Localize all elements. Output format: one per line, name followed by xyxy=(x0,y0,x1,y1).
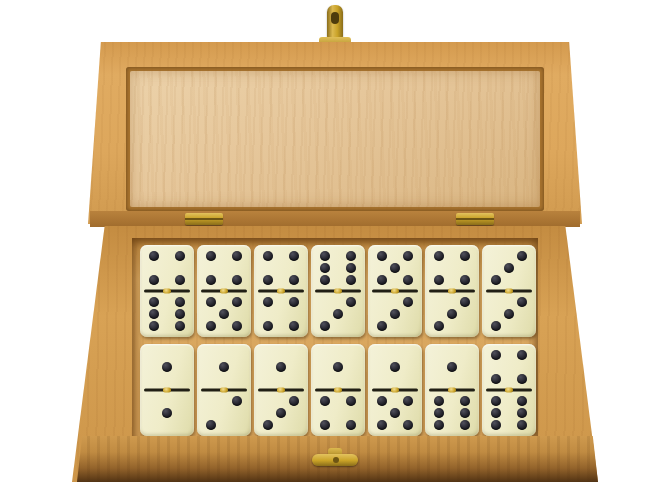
pip xyxy=(491,396,501,406)
pip-cell xyxy=(502,373,515,385)
domino-half-1 xyxy=(368,344,422,390)
domino-half-1 xyxy=(311,344,365,390)
pip-cell xyxy=(432,373,445,385)
pip xyxy=(289,297,299,307)
pip-cell xyxy=(160,250,173,262)
domino-divider xyxy=(429,389,475,392)
pip-cell xyxy=(274,373,287,385)
pip-cell xyxy=(489,419,502,431)
domino-1-6[interactable] xyxy=(425,344,479,436)
pip-cell xyxy=(402,407,415,419)
domino-half-4 xyxy=(482,344,536,390)
pip-cell xyxy=(204,349,217,361)
domino-half-3 xyxy=(425,291,479,337)
pip-cell xyxy=(516,320,529,332)
pip xyxy=(517,251,527,261)
lid-rim xyxy=(126,67,544,211)
pip-cell xyxy=(331,373,344,385)
domino-half-5 xyxy=(368,245,422,291)
domino-half-4 xyxy=(140,245,194,291)
pip-cell xyxy=(261,250,274,262)
pip-cell xyxy=(147,373,160,385)
pip-cell xyxy=(489,395,502,407)
pip-cell xyxy=(489,349,502,361)
pip-cell xyxy=(388,296,401,308)
pip-cell xyxy=(231,250,244,262)
domino-3-3[interactable] xyxy=(482,245,536,337)
pip xyxy=(149,275,159,285)
domino-1-2[interactable] xyxy=(197,344,251,436)
pip-cell xyxy=(288,250,301,262)
clasp-slot xyxy=(331,12,339,24)
pip-cell xyxy=(445,274,458,286)
pip xyxy=(377,420,387,430)
pip-cell xyxy=(217,419,230,431)
pip xyxy=(263,420,273,430)
pip-cell xyxy=(160,296,173,308)
pip-cell xyxy=(288,407,301,419)
pip-cell xyxy=(217,296,230,308)
pip-cell xyxy=(445,250,458,262)
scene xyxy=(0,0,670,490)
pip-cell xyxy=(318,361,331,373)
pip-cell xyxy=(261,395,274,407)
pip xyxy=(434,420,444,430)
pip-cell xyxy=(432,407,445,419)
pip-cell xyxy=(375,320,388,332)
pip-cell xyxy=(432,308,445,320)
domino-divider xyxy=(201,389,247,392)
pip xyxy=(175,321,185,331)
domino-divider xyxy=(258,290,304,293)
pip xyxy=(276,362,286,372)
pip-cell xyxy=(147,296,160,308)
pip xyxy=(403,297,413,307)
pip-cell xyxy=(331,250,344,262)
pip-cell xyxy=(147,250,160,262)
pip-cell xyxy=(288,419,301,431)
pip-cell xyxy=(516,296,529,308)
domino-half-4 xyxy=(311,390,365,436)
pip-cell xyxy=(345,274,358,286)
pip-cell xyxy=(204,407,217,419)
domino-5-3[interactable] xyxy=(368,245,422,337)
pip-cell xyxy=(261,349,274,361)
pip xyxy=(377,396,387,406)
pip-cell xyxy=(147,407,160,419)
pip xyxy=(460,275,470,285)
pip-cell xyxy=(502,395,515,407)
domino-half-4 xyxy=(197,245,251,291)
pip-cell xyxy=(231,349,244,361)
pip-cell xyxy=(261,296,274,308)
pip xyxy=(517,420,527,430)
pip xyxy=(149,297,159,307)
pip-cell xyxy=(345,320,358,332)
pip xyxy=(447,362,457,372)
pip xyxy=(403,420,413,430)
pip-cell xyxy=(345,395,358,407)
pip xyxy=(504,263,514,273)
pip-cell xyxy=(274,320,287,332)
pip-cell xyxy=(459,407,472,419)
pip-cell xyxy=(160,419,173,431)
pip-cell xyxy=(217,320,230,332)
domino-divider xyxy=(486,290,532,293)
pip-cell xyxy=(388,274,401,286)
pip-cell xyxy=(261,274,274,286)
pip xyxy=(434,275,444,285)
pip-cell xyxy=(375,395,388,407)
domino-4-6[interactable] xyxy=(140,245,194,337)
pip xyxy=(491,321,501,331)
pip xyxy=(162,362,172,372)
pip-cell xyxy=(502,349,515,361)
pip-cell xyxy=(432,320,445,332)
pip-cell xyxy=(459,262,472,274)
pip xyxy=(346,420,356,430)
pip-cell xyxy=(160,395,173,407)
pip-cell xyxy=(402,274,415,286)
pip-cell xyxy=(402,250,415,262)
pip-cell xyxy=(274,361,287,373)
pip-cell xyxy=(459,250,472,262)
domino-4-3[interactable] xyxy=(425,245,479,337)
pip-cell xyxy=(489,296,502,308)
pip xyxy=(460,408,470,418)
pip-cell xyxy=(502,419,515,431)
pip-cell xyxy=(388,349,401,361)
pip-cell xyxy=(402,308,415,320)
right-hinge xyxy=(456,213,494,225)
pip-cell xyxy=(459,349,472,361)
pip-cell xyxy=(288,308,301,320)
pip-cell xyxy=(261,361,274,373)
pip-cell xyxy=(388,320,401,332)
pip-cell xyxy=(345,296,358,308)
pip-cell xyxy=(375,274,388,286)
pip-cell xyxy=(445,373,458,385)
domino-half-4 xyxy=(425,245,479,291)
pip-cell xyxy=(459,373,472,385)
pip-cell xyxy=(160,308,173,320)
pip xyxy=(206,420,216,430)
domino-half-1 xyxy=(425,344,479,390)
pip-cell xyxy=(261,373,274,385)
pip-cell xyxy=(375,262,388,274)
pip-cell xyxy=(331,419,344,431)
spinner-pin xyxy=(220,388,228,393)
pip-cell xyxy=(261,308,274,320)
pip-cell xyxy=(432,395,445,407)
pip xyxy=(149,309,159,319)
domino-half-1 xyxy=(140,390,194,436)
pip xyxy=(346,251,356,261)
spinner-pin xyxy=(448,388,456,393)
pip-cell xyxy=(231,296,244,308)
pip-cell xyxy=(288,274,301,286)
pip xyxy=(491,374,501,384)
pip xyxy=(175,309,185,319)
pip-cell xyxy=(345,262,358,274)
domino-4-4[interactable] xyxy=(254,245,308,337)
pip-cell xyxy=(375,419,388,431)
pip xyxy=(346,263,356,273)
pip-cell xyxy=(231,320,244,332)
domino-divider xyxy=(315,290,361,293)
pip-cell xyxy=(502,361,515,373)
pip xyxy=(289,396,299,406)
pip-cell xyxy=(516,274,529,286)
pip-cell xyxy=(318,349,331,361)
pip xyxy=(175,297,185,307)
pip-cell xyxy=(331,361,344,373)
pip-cell xyxy=(274,274,287,286)
pip-cell xyxy=(402,361,415,373)
pip-cell xyxy=(231,262,244,274)
pip-cell xyxy=(147,308,160,320)
pip-cell xyxy=(445,349,458,361)
pip-cell xyxy=(516,395,529,407)
domino-4-6[interactable] xyxy=(482,344,536,436)
pip-cell xyxy=(147,320,160,332)
domino-divider xyxy=(429,290,475,293)
pip-cell xyxy=(174,262,187,274)
pip-cell xyxy=(375,296,388,308)
pip-cell xyxy=(231,395,244,407)
pip xyxy=(517,374,527,384)
pip xyxy=(403,251,413,261)
domino-divider xyxy=(372,290,418,293)
pip-cell xyxy=(147,419,160,431)
spinner-pin xyxy=(391,388,399,393)
domino-divider xyxy=(258,389,304,392)
pip-cell xyxy=(160,320,173,332)
pip-cell xyxy=(274,308,287,320)
pip-cell xyxy=(288,262,301,274)
pip xyxy=(504,309,514,319)
pip-cell xyxy=(147,262,160,274)
pip-cell xyxy=(445,395,458,407)
domino-6-3[interactable] xyxy=(311,245,365,337)
pip-cell xyxy=(217,262,230,274)
pip-cell xyxy=(147,395,160,407)
pip-cell xyxy=(174,419,187,431)
pip-cell xyxy=(445,262,458,274)
domino-half-3 xyxy=(482,245,536,291)
pip-cell xyxy=(345,373,358,385)
spinner-pin xyxy=(505,289,513,294)
pip-cell xyxy=(318,250,331,262)
pip xyxy=(206,275,216,285)
pip xyxy=(390,408,400,418)
pip-cell xyxy=(516,349,529,361)
pip xyxy=(377,275,387,285)
domino-divider xyxy=(144,290,190,293)
domino-1-1[interactable] xyxy=(140,344,194,436)
pip-cell xyxy=(516,262,529,274)
pip-cell xyxy=(516,419,529,431)
pip-cell xyxy=(445,419,458,431)
pip-cell xyxy=(217,407,230,419)
pip-cell xyxy=(331,395,344,407)
pip-cell xyxy=(217,274,230,286)
pip-cell xyxy=(516,407,529,419)
pip-cell xyxy=(459,308,472,320)
pip-cell xyxy=(402,349,415,361)
pip xyxy=(206,251,216,261)
domino-half-1 xyxy=(197,344,251,390)
spinner-pin xyxy=(448,289,456,294)
pip xyxy=(263,321,273,331)
pip xyxy=(320,251,330,261)
pip xyxy=(162,408,172,418)
pip-cell xyxy=(217,361,230,373)
pip xyxy=(517,396,527,406)
domino-half-6 xyxy=(311,245,365,291)
pip xyxy=(149,251,159,261)
pip-cell xyxy=(217,395,230,407)
pip-cell xyxy=(288,296,301,308)
pip xyxy=(390,362,400,372)
pip-cell xyxy=(174,349,187,361)
pip-cell xyxy=(288,361,301,373)
pip-cell xyxy=(345,419,358,431)
pip-cell xyxy=(432,274,445,286)
pip xyxy=(175,275,185,285)
pip-cell xyxy=(459,274,472,286)
pip-cell xyxy=(402,373,415,385)
pip-cell xyxy=(489,320,502,332)
pip xyxy=(447,309,457,319)
domino-half-3 xyxy=(254,390,308,436)
pip-cell xyxy=(502,250,515,262)
pip-cell xyxy=(318,373,331,385)
domino-half-5 xyxy=(368,390,422,436)
pip-cell xyxy=(288,395,301,407)
spinner-pin xyxy=(163,388,171,393)
box-lid xyxy=(88,42,582,224)
spinner-pin xyxy=(505,388,513,393)
pip xyxy=(346,297,356,307)
pip-cell xyxy=(459,320,472,332)
pip-cell xyxy=(331,320,344,332)
pip-cell xyxy=(174,308,187,320)
pip-cell xyxy=(160,407,173,419)
pip-cell xyxy=(204,308,217,320)
domino-half-4 xyxy=(254,245,308,291)
pip xyxy=(219,362,229,372)
pip-cell xyxy=(231,373,244,385)
domino-divider xyxy=(144,389,190,392)
pip-cell xyxy=(217,373,230,385)
pip xyxy=(232,396,242,406)
pip-cell xyxy=(160,373,173,385)
pip-cell xyxy=(147,274,160,286)
pip xyxy=(263,297,273,307)
pip xyxy=(517,297,527,307)
pip-cell xyxy=(318,419,331,431)
pip-cell xyxy=(318,274,331,286)
domino-1-3[interactable] xyxy=(254,344,308,436)
pip xyxy=(206,297,216,307)
domino-1-5[interactable] xyxy=(368,344,422,436)
pip-cell xyxy=(459,419,472,431)
pip-cell xyxy=(402,320,415,332)
pip-cell xyxy=(231,308,244,320)
pip xyxy=(434,321,444,331)
pip-cell xyxy=(261,407,274,419)
pip xyxy=(491,350,501,360)
pip xyxy=(232,321,242,331)
pip-cell xyxy=(331,274,344,286)
pip-cell xyxy=(217,250,230,262)
domino-1-4[interactable] xyxy=(311,344,365,436)
pip-cell xyxy=(174,274,187,286)
domino-divider xyxy=(201,290,247,293)
left-hinge xyxy=(185,213,223,225)
pip-cell xyxy=(331,296,344,308)
pip-cell xyxy=(318,296,331,308)
pip-cell xyxy=(388,262,401,274)
pip xyxy=(320,396,330,406)
pip xyxy=(403,396,413,406)
pip-cell xyxy=(388,373,401,385)
pip-cell xyxy=(274,262,287,274)
pip-cell xyxy=(204,262,217,274)
pip-cell xyxy=(217,308,230,320)
pip xyxy=(377,321,387,331)
spinner-pin xyxy=(391,289,399,294)
pip-cell xyxy=(516,361,529,373)
pip-cell xyxy=(388,419,401,431)
pip-cell xyxy=(489,407,502,419)
pip xyxy=(333,309,343,319)
pip-cell xyxy=(432,419,445,431)
domino-half-3 xyxy=(311,291,365,337)
pip-cell xyxy=(261,262,274,274)
pip-cell xyxy=(160,349,173,361)
pip xyxy=(491,420,501,430)
pip-cell xyxy=(288,320,301,332)
pip-cell xyxy=(174,373,187,385)
pip-cell xyxy=(345,407,358,419)
pip-cell xyxy=(432,296,445,308)
pip-cell xyxy=(318,395,331,407)
latch-knob xyxy=(333,457,339,463)
pip-cell xyxy=(160,274,173,286)
pip-cell xyxy=(375,361,388,373)
pip xyxy=(460,251,470,261)
spinner-pin xyxy=(163,289,171,294)
pip-cell xyxy=(261,419,274,431)
domino-4-5[interactable] xyxy=(197,245,251,337)
spinner-pin xyxy=(334,289,342,294)
pip xyxy=(263,251,273,261)
pip-cell xyxy=(489,274,502,286)
pip-cell xyxy=(274,296,287,308)
pip-cell xyxy=(174,395,187,407)
pip xyxy=(377,251,387,261)
pip-cell xyxy=(318,262,331,274)
pip-cell xyxy=(345,250,358,262)
pip-cell xyxy=(331,349,344,361)
lid-inner-panel xyxy=(130,71,540,207)
pip xyxy=(403,275,413,285)
pip-cell xyxy=(489,308,502,320)
pip-cell xyxy=(375,373,388,385)
pip-cell xyxy=(502,274,515,286)
